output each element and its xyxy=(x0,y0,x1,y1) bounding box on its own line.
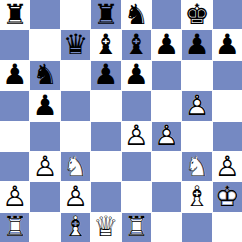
square-h2[interactable]: ♚♔ xyxy=(213,182,242,211)
square-d3[interactable] xyxy=(91,152,120,181)
square-b7[interactable] xyxy=(30,30,59,59)
white-bishop-piece-g2: ♝♗ xyxy=(184,183,209,211)
square-h5[interactable] xyxy=(213,91,242,120)
square-f2[interactable] xyxy=(152,182,181,211)
black-knight-piece-e8: ♞ xyxy=(124,1,149,29)
square-e7[interactable]: ♝ xyxy=(122,30,151,59)
white-pawn-piece-g5: ♟♙ xyxy=(184,92,209,120)
square-e3[interactable] xyxy=(122,152,151,181)
square-a8[interactable]: ♜ xyxy=(0,0,29,29)
square-h4[interactable] xyxy=(213,122,242,151)
square-d1[interactable]: ♛♕ xyxy=(91,213,120,242)
square-a7[interactable] xyxy=(0,30,29,59)
black-bishop-piece-d7: ♝ xyxy=(93,31,118,59)
square-c4[interactable] xyxy=(61,122,90,151)
square-c5[interactable] xyxy=(61,91,90,120)
black-pawn-piece-d6: ♟ xyxy=(93,61,118,89)
square-g6[interactable] xyxy=(182,61,211,90)
square-e5[interactable] xyxy=(122,91,151,120)
black-queen-piece-c7: ♛ xyxy=(63,31,88,59)
square-h8[interactable] xyxy=(213,0,242,29)
black-knight-piece-b6: ♞ xyxy=(33,61,58,89)
square-g7[interactable]: ♟ xyxy=(182,30,211,59)
black-pawn-piece-f7: ♟ xyxy=(154,31,179,59)
white-knight-piece-c3: ♞♘ xyxy=(63,153,88,181)
square-a4[interactable] xyxy=(0,122,29,151)
black-bishop-piece-e7: ♝ xyxy=(124,31,149,59)
black-pawn-piece-h7: ♟ xyxy=(215,31,240,59)
white-pawn-piece-f4: ♟♙ xyxy=(154,122,179,150)
square-b6[interactable]: ♞ xyxy=(30,61,59,90)
chess-board: ♜♜♞♚♛♝♝♟♟♟♟♞♟♟♟♟♙♟♙♟♙♟♙♞♘♞♘♟♙♟♙♟♙♝♗♚♔♜♖♝… xyxy=(0,0,242,242)
white-queen-piece-d1: ♛♕ xyxy=(93,213,118,241)
square-g3[interactable]: ♞♘ xyxy=(182,152,211,181)
square-a3[interactable] xyxy=(0,152,29,181)
square-e4[interactable]: ♟♙ xyxy=(122,122,151,151)
square-f1[interactable] xyxy=(152,213,181,242)
square-b1[interactable] xyxy=(30,213,59,242)
square-b4[interactable] xyxy=(30,122,59,151)
square-a2[interactable]: ♟♙ xyxy=(0,182,29,211)
square-c6[interactable] xyxy=(61,61,90,90)
black-rook-piece-d8: ♜ xyxy=(93,1,118,29)
square-b2[interactable] xyxy=(30,182,59,211)
square-c8[interactable] xyxy=(61,0,90,29)
square-h6[interactable] xyxy=(213,61,242,90)
square-e8[interactable]: ♞ xyxy=(122,0,151,29)
square-g1[interactable] xyxy=(182,213,211,242)
square-c7[interactable]: ♛ xyxy=(61,30,90,59)
square-f4[interactable]: ♟♙ xyxy=(152,122,181,151)
square-c2[interactable]: ♟♙ xyxy=(61,182,90,211)
white-pawn-piece-e4: ♟♙ xyxy=(124,122,149,150)
white-rook-piece-a1: ♜♖ xyxy=(2,213,27,241)
square-b3[interactable]: ♟♙ xyxy=(30,152,59,181)
square-g5[interactable]: ♟♙ xyxy=(182,91,211,120)
square-c3[interactable]: ♞♘ xyxy=(61,152,90,181)
square-f5[interactable] xyxy=(152,91,181,120)
square-a1[interactable]: ♜♖ xyxy=(0,213,29,242)
white-knight-piece-g3: ♞♘ xyxy=(184,153,209,181)
square-d7[interactable]: ♝ xyxy=(91,30,120,59)
square-f7[interactable]: ♟ xyxy=(152,30,181,59)
square-g4[interactable] xyxy=(182,122,211,151)
square-a5[interactable] xyxy=(0,91,29,120)
square-d4[interactable] xyxy=(91,122,120,151)
square-e6[interactable]: ♟ xyxy=(122,61,151,90)
white-pawn-piece-c2: ♟♙ xyxy=(63,183,88,211)
black-rook-piece-a8: ♜ xyxy=(2,1,27,29)
white-rook-piece-e1: ♜♖ xyxy=(124,213,149,241)
square-e2[interactable] xyxy=(122,182,151,211)
square-d5[interactable] xyxy=(91,91,120,120)
square-d6[interactable]: ♟ xyxy=(91,61,120,90)
black-king-piece-g8: ♚ xyxy=(184,1,209,29)
square-h1[interactable] xyxy=(213,213,242,242)
square-b5[interactable]: ♟ xyxy=(30,91,59,120)
square-d8[interactable]: ♜ xyxy=(91,0,120,29)
square-d2[interactable] xyxy=(91,182,120,211)
black-pawn-piece-a6: ♟ xyxy=(2,61,27,89)
square-f3[interactable] xyxy=(152,152,181,181)
white-pawn-piece-b3: ♟♙ xyxy=(33,153,58,181)
square-h7[interactable]: ♟ xyxy=(213,30,242,59)
black-pawn-piece-b5: ♟ xyxy=(33,92,58,120)
white-pawn-piece-h3: ♟♙ xyxy=(215,153,240,181)
square-c1[interactable]: ♝♗ xyxy=(61,213,90,242)
white-bishop-piece-c1: ♝♗ xyxy=(63,213,88,241)
white-pawn-piece-a2: ♟♙ xyxy=(2,183,27,211)
square-f8[interactable] xyxy=(152,0,181,29)
square-g2[interactable]: ♝♗ xyxy=(182,182,211,211)
square-a6[interactable]: ♟ xyxy=(0,61,29,90)
black-pawn-piece-e6: ♟ xyxy=(124,61,149,89)
square-g8[interactable]: ♚ xyxy=(182,0,211,29)
square-h3[interactable]: ♟♙ xyxy=(213,152,242,181)
square-f6[interactable] xyxy=(152,61,181,90)
white-king-piece-h2: ♚♔ xyxy=(215,183,240,211)
square-e1[interactable]: ♜♖ xyxy=(122,213,151,242)
black-pawn-piece-g7: ♟ xyxy=(184,31,209,59)
square-b8[interactable] xyxy=(30,0,59,29)
